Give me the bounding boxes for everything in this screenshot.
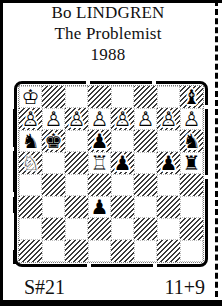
header: Bo LINDGREN The Problemist 1988 (0, 2, 216, 65)
square-h7: ♙ (180, 108, 203, 130)
square-b7: ♙ (42, 108, 65, 130)
frame-print-break (87, 263, 91, 267)
square-g6 (157, 130, 180, 152)
square-e7: ♙ (111, 108, 134, 130)
square-d4 (88, 174, 111, 196)
square-a1 (19, 240, 42, 262)
white-knight: ♘ (22, 152, 40, 174)
square-b5 (42, 152, 65, 174)
square-e1 (111, 240, 134, 262)
square-e3 (111, 196, 134, 218)
white-pawn: ♙ (45, 108, 63, 130)
square-d6: ♟ (88, 130, 111, 152)
square-d8 (88, 86, 111, 108)
white-king: ♔ (22, 86, 40, 108)
square-f8 (134, 86, 157, 108)
square-b8 (42, 86, 65, 108)
square-b2 (42, 218, 65, 240)
square-e4 (111, 174, 134, 196)
author-name: Bo LINDGREN (0, 2, 216, 23)
square-c6 (65, 130, 88, 152)
square-a5: ♘ (19, 152, 42, 174)
square-f6 (134, 130, 157, 152)
square-g7: ♙ (157, 108, 180, 130)
square-c7: ♙ (65, 108, 88, 130)
white-pawn: ♙ (160, 108, 178, 130)
white-pawn: ♙ (183, 108, 201, 130)
white-pawn: ♙ (91, 108, 109, 130)
white-rook: ♖ (91, 152, 109, 174)
stipulation-label: S#21 (24, 276, 65, 298)
square-h2 (180, 218, 203, 240)
square-b6: ♚ (42, 130, 65, 152)
square-g4 (157, 174, 180, 196)
square-h6: ♞ (180, 130, 203, 152)
square-g5: ♟ (157, 152, 180, 174)
square-c5 (65, 152, 88, 174)
page-border-bottom (0, 300, 222, 306)
square-f1 (134, 240, 157, 262)
scan-ink-mark (13, 109, 17, 147)
black-pawn: ♟ (91, 196, 109, 218)
chess-board-frame: ♔♝♙♙♙♙♙♙♙♙♞♚♟♞♘♖♟♟♜♟ (14, 81, 208, 267)
scan-ink-mark (13, 250, 17, 264)
black-pawn: ♟ (114, 152, 132, 174)
black-pawn: ♟ (91, 130, 109, 152)
square-d2 (88, 218, 111, 240)
square-c4 (65, 174, 88, 196)
white-pawn: ♙ (114, 108, 132, 130)
square-a2 (19, 218, 42, 240)
square-g8 (157, 86, 180, 108)
square-f5 (134, 152, 157, 174)
problem-diagram-page: Bo LINDGREN The Problemist 1988 ♔♝♙♙♙♙♙♙… (0, 0, 222, 306)
frame-print-break (152, 81, 156, 85)
square-g3 (157, 196, 180, 218)
square-f7: ♙ (134, 108, 157, 130)
square-b1 (42, 240, 65, 262)
square-d3: ♟ (88, 196, 111, 218)
square-c3 (65, 196, 88, 218)
square-b3 (42, 196, 65, 218)
square-d5: ♖ (88, 152, 111, 174)
square-c1 (65, 240, 88, 262)
square-f2 (134, 218, 157, 240)
frame-print-break (86, 81, 90, 85)
square-e5: ♟ (111, 152, 134, 174)
square-e8 (111, 86, 134, 108)
square-e6 (111, 130, 134, 152)
chess-board-inner-border: ♔♝♙♙♙♙♙♙♙♙♞♚♟♞♘♖♟♟♜♟ (18, 85, 204, 263)
material-count-label: 11+9 (164, 276, 205, 298)
scan-ink-mark (13, 151, 17, 192)
frame-print-break (204, 175, 208, 179)
white-pawn: ♙ (137, 108, 155, 130)
square-a4 (19, 174, 42, 196)
black-pawn: ♟ (160, 152, 178, 174)
square-h3 (180, 196, 203, 218)
square-a8: ♔ (19, 86, 42, 108)
square-g2 (157, 218, 180, 240)
square-c2 (65, 218, 88, 240)
frame-print-break (153, 263, 157, 267)
source-name: The Problemist (0, 23, 216, 44)
frame-print-break (204, 105, 208, 109)
square-b4 (42, 174, 65, 196)
square-a6: ♞ (19, 130, 42, 152)
square-e2 (111, 218, 134, 240)
square-h4 (180, 174, 203, 196)
square-h8: ♝ (180, 86, 203, 108)
square-g1 (157, 240, 180, 262)
square-f4 (134, 174, 157, 196)
black-rook: ♜ (183, 152, 201, 174)
square-a7: ♙ (19, 108, 42, 130)
square-c8 (65, 86, 88, 108)
square-a3 (19, 196, 42, 218)
scan-ink-mark (13, 197, 17, 213)
square-f3 (134, 196, 157, 218)
black-king: ♚ (45, 130, 63, 152)
board-squares: ♔♝♙♙♙♙♙♙♙♙♞♚♟♞♘♖♟♟♜♟ (19, 86, 203, 262)
black-knight: ♞ (183, 130, 201, 152)
white-pawn: ♙ (22, 108, 40, 130)
square-h5: ♜ (180, 152, 203, 174)
square-d7: ♙ (88, 108, 111, 130)
square-d1 (88, 240, 111, 262)
square-h1 (180, 240, 203, 262)
publication-year: 1988 (0, 44, 216, 65)
black-knight: ♞ (22, 130, 40, 152)
white-pawn: ♙ (68, 108, 86, 130)
black-bishop: ♝ (183, 86, 201, 108)
